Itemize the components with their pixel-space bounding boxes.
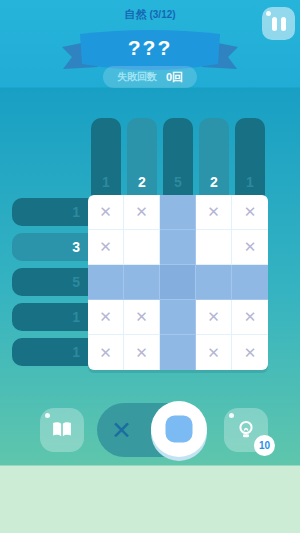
clue-number: 5 <box>163 174 193 190</box>
grid-cell-r4c1[interactable]: ✕ <box>88 300 124 335</box>
clue-number: 2 <box>127 174 157 190</box>
row-clue-4: 1 <box>12 303 90 331</box>
grid-cell-r2c3[interactable] <box>160 230 196 265</box>
game-screen: 自然 (3/12) ??? 失敗回数 0回 12521 13511 ✕✕✕✕✕✕… <box>0 0 300 533</box>
clue-number: 5 <box>72 274 80 290</box>
pause-icon <box>272 17 277 31</box>
row-clue-3: 5 <box>12 268 90 296</box>
grid-cell-r1c1[interactable]: ✕ <box>88 195 124 230</box>
col-clue-2: 2 <box>127 118 157 197</box>
grid-cell-r1c2[interactable]: ✕ <box>124 195 160 230</box>
clue-number: 1 <box>91 174 121 190</box>
grid-cell-r1c3[interactable] <box>160 195 196 230</box>
fill-square-icon <box>166 416 193 443</box>
clue-number: 1 <box>72 309 80 325</box>
grid-cell-r1c4[interactable]: ✕ <box>196 195 232 230</box>
grid-cell-r5c1[interactable]: ✕ <box>88 335 124 370</box>
row-clue-1: 1 <box>12 198 90 226</box>
grid-cell-r4c2[interactable]: ✕ <box>124 300 160 335</box>
x-mode-icon[interactable]: ✕ <box>111 416 132 445</box>
grid-cell-r3c4[interactable] <box>196 265 232 300</box>
col-clue-5: 1 <box>235 118 265 197</box>
grid-cell-r1c5[interactable]: ✕ <box>232 195 268 230</box>
grid-cell-r5c4[interactable]: ✕ <box>196 335 232 370</box>
pause-icon <box>281 17 286 31</box>
category-progress: (3/12) <box>149 9 175 20</box>
hint-button[interactable]: 10 <box>224 408 268 452</box>
clue-number: 1 <box>72 344 80 360</box>
row-clue-2: 3 <box>12 233 90 261</box>
category-label: 自然 <box>124 8 146 20</box>
fill-mode-knob[interactable] <box>151 401 207 457</box>
grid-cell-r5c5[interactable]: ✕ <box>232 335 268 370</box>
fail-counter-label: 失敗回数 <box>117 70 157 84</box>
fail-counter-value: 0回 <box>166 70 183 85</box>
clue-number: 2 <box>199 174 229 190</box>
grid-cell-r4c5[interactable]: ✕ <box>232 300 268 335</box>
open-book-icon <box>49 417 75 443</box>
grid-cell-r4c4[interactable]: ✕ <box>196 300 232 335</box>
lightbulb-icon <box>234 418 258 442</box>
grid-cell-r3c3[interactable] <box>160 265 196 300</box>
grid-cell-r2c5[interactable]: ✕ <box>232 230 268 265</box>
grid-cell-r3c5[interactable] <box>232 265 268 300</box>
grid-cell-r2c4[interactable] <box>196 230 232 265</box>
grid-cell-r4c3[interactable] <box>160 300 196 335</box>
button-highlight-dot <box>266 11 271 16</box>
hint-count-badge: 10 <box>254 435 275 456</box>
col-clue-3: 5 <box>163 118 193 197</box>
clue-number: 1 <box>72 204 80 220</box>
clue-number: 1 <box>235 174 265 190</box>
fail-counter: 失敗回数 0回 <box>103 66 197 88</box>
grid-cell-r5c2[interactable]: ✕ <box>124 335 160 370</box>
clue-number: 3 <box>72 239 80 255</box>
col-clue-4: 2 <box>199 118 229 197</box>
pause-button[interactable] <box>262 7 295 40</box>
grid-cell-r3c2[interactable] <box>124 265 160 300</box>
grid-cell-r2c1[interactable]: ✕ <box>88 230 124 265</box>
col-clue-1: 1 <box>91 118 121 197</box>
grid-cell-r2c2[interactable] <box>124 230 160 265</box>
grid-cell-r5c3[interactable] <box>160 335 196 370</box>
row-clue-5: 1 <box>12 338 90 366</box>
guide-book-button[interactable] <box>40 408 84 452</box>
grid-cell-r3c1[interactable] <box>88 265 124 300</box>
level-category-title: 自然 (3/12) <box>0 7 300 22</box>
nonogram-grid[interactable]: ✕✕✕✕✕✕✕✕✕✕✕✕✕✕ <box>88 195 268 370</box>
hidden-puzzle-title: ??? <box>58 36 242 60</box>
